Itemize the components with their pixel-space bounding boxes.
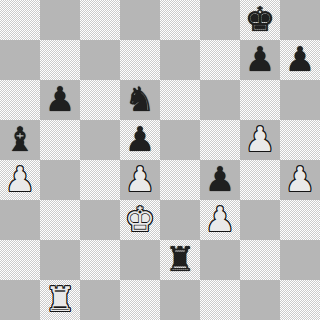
piece-black-bishop-a5: ♝ <box>5 120 35 159</box>
square-b6[interactable]: ♟ <box>40 80 80 120</box>
square-f1[interactable] <box>200 280 240 320</box>
square-b3[interactable] <box>40 200 80 240</box>
piece-white-rook-b1: ♜ <box>45 280 75 319</box>
square-a8[interactable] <box>0 0 40 40</box>
square-f5[interactable] <box>200 120 240 160</box>
square-d7[interactable] <box>120 40 160 80</box>
piece-white-pawn-h4: ♟ <box>285 160 315 199</box>
square-g7[interactable]: ♟ <box>240 40 280 80</box>
piece-white-pawn-g5: ♟ <box>245 120 275 159</box>
piece-black-pawn-f4: ♟ <box>205 160 235 199</box>
piece-black-pawn-h7: ♟ <box>285 40 315 79</box>
square-f7[interactable] <box>200 40 240 80</box>
piece-black-pawn-d5: ♟ <box>125 120 155 159</box>
square-b8[interactable] <box>40 0 80 40</box>
piece-black-king-g8: ♚ <box>245 0 275 39</box>
square-g6[interactable] <box>240 80 280 120</box>
square-e2[interactable]: ♜ <box>160 240 200 280</box>
square-d5[interactable]: ♟ <box>120 120 160 160</box>
square-h5[interactable] <box>280 120 320 160</box>
square-f2[interactable] <box>200 240 240 280</box>
square-c2[interactable] <box>80 240 120 280</box>
square-h4[interactable]: ♟ <box>280 160 320 200</box>
square-g2[interactable] <box>240 240 280 280</box>
square-f4[interactable]: ♟ <box>200 160 240 200</box>
square-e6[interactable] <box>160 80 200 120</box>
square-a5[interactable]: ♝ <box>0 120 40 160</box>
square-e4[interactable] <box>160 160 200 200</box>
square-d6[interactable]: ♞ <box>120 80 160 120</box>
piece-black-knight-d6: ♞ <box>125 80 155 119</box>
square-g3[interactable] <box>240 200 280 240</box>
piece-white-pawn-f3: ♟ <box>205 200 235 239</box>
piece-black-pawn-g7: ♟ <box>245 40 275 79</box>
square-b4[interactable] <box>40 160 80 200</box>
piece-white-pawn-d4: ♟ <box>125 160 155 199</box>
square-d1[interactable] <box>120 280 160 320</box>
piece-black-pawn-b6: ♟ <box>45 80 75 119</box>
square-a4[interactable]: ♟ <box>0 160 40 200</box>
square-d3[interactable]: ♚ <box>120 200 160 240</box>
square-h6[interactable] <box>280 80 320 120</box>
square-c1[interactable] <box>80 280 120 320</box>
square-c3[interactable] <box>80 200 120 240</box>
square-h2[interactable] <box>280 240 320 280</box>
square-g5[interactable]: ♟ <box>240 120 280 160</box>
square-b1[interactable]: ♜ <box>40 280 80 320</box>
square-c6[interactable] <box>80 80 120 120</box>
square-g1[interactable] <box>240 280 280 320</box>
chess-board: ♚♟♟♟♞♝♟♟♟♟♟♟♚♟♜♜ <box>0 0 320 320</box>
square-a7[interactable] <box>0 40 40 80</box>
square-h1[interactable] <box>280 280 320 320</box>
square-f8[interactable] <box>200 0 240 40</box>
square-e3[interactable] <box>160 200 200 240</box>
piece-white-pawn-a4: ♟ <box>5 160 35 199</box>
square-h8[interactable] <box>280 0 320 40</box>
square-d4[interactable]: ♟ <box>120 160 160 200</box>
square-e1[interactable] <box>160 280 200 320</box>
chessboard-container: ♚♟♟♟♞♝♟♟♟♟♟♟♚♟♜♜ <box>0 0 320 320</box>
square-c5[interactable] <box>80 120 120 160</box>
piece-black-rook-e2: ♜ <box>165 240 195 279</box>
square-e5[interactable] <box>160 120 200 160</box>
square-d2[interactable] <box>120 240 160 280</box>
square-a6[interactable] <box>0 80 40 120</box>
square-b2[interactable] <box>40 240 80 280</box>
square-c8[interactable] <box>80 0 120 40</box>
square-a1[interactable] <box>0 280 40 320</box>
square-h3[interactable] <box>280 200 320 240</box>
square-d8[interactable] <box>120 0 160 40</box>
square-g8[interactable]: ♚ <box>240 0 280 40</box>
square-c7[interactable] <box>80 40 120 80</box>
square-g4[interactable] <box>240 160 280 200</box>
square-b5[interactable] <box>40 120 80 160</box>
square-a3[interactable] <box>0 200 40 240</box>
square-f3[interactable]: ♟ <box>200 200 240 240</box>
square-e7[interactable] <box>160 40 200 80</box>
square-e8[interactable] <box>160 0 200 40</box>
square-f6[interactable] <box>200 80 240 120</box>
piece-white-king-d3: ♚ <box>125 200 155 239</box>
square-h7[interactable]: ♟ <box>280 40 320 80</box>
square-a2[interactable] <box>0 240 40 280</box>
square-c4[interactable] <box>80 160 120 200</box>
square-b7[interactable] <box>40 40 80 80</box>
